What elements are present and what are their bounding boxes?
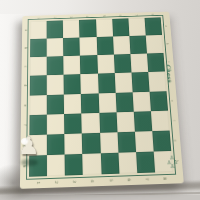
coord-label: 6 [124, 172, 132, 187]
board-square-r4c2 [64, 94, 82, 114]
board-square-r6c4 [100, 132, 118, 153]
board-square-r4c4 [98, 92, 116, 112]
board-square-r0c4 [96, 19, 113, 37]
coord-label: 5 [106, 172, 114, 187]
board-square-r6c2 [65, 133, 83, 154]
board-square-r1c2 [63, 38, 80, 57]
board-square-r3c4 [98, 73, 116, 93]
coord-label: 8 [160, 170, 169, 185]
board-square-r4c3 [81, 93, 99, 113]
board-square-r0c2 [63, 20, 80, 38]
board-square-r4c5 [115, 92, 133, 112]
playfield [29, 17, 173, 176]
board-square-r4c0 [30, 95, 47, 115]
board-square-r4c6 [132, 91, 150, 111]
pawn-ground-shadow [21, 159, 38, 166]
board-square-r1c1 [47, 38, 64, 57]
board-square-r0c6 [128, 18, 145, 36]
board-square-r3c6 [131, 72, 149, 92]
board-square-r3c2 [64, 74, 81, 94]
board-square-r2c0 [30, 57, 47, 76]
board-square-r2c3 [80, 55, 97, 74]
board-square-r0c1 [47, 20, 64, 38]
board-square-r1c3 [80, 37, 97, 56]
board-square-r3c0 [30, 76, 47, 96]
board-square-r2c2 [64, 56, 81, 75]
crossed-pawns-emblem-icon: ♙♙♙♙ [166, 156, 179, 169]
board-square-r1c6 [129, 36, 147, 55]
board-square-r7c4 [100, 153, 119, 175]
board-square-r5c2 [64, 113, 82, 134]
board-square-r6c6 [135, 131, 154, 152]
board-square-r6c7 [152, 130, 171, 151]
board-square-r2c6 [130, 54, 148, 73]
white-pawn-piece: ♟ [18, 134, 40, 158]
board-square-r0c3 [79, 19, 96, 37]
board-square-r7c3 [83, 153, 102, 175]
board-square-r4c1 [47, 94, 64, 114]
coord-label: 7 [142, 171, 151, 186]
board-square-r0c7 [144, 17, 162, 35]
board-square-r5c3 [82, 113, 100, 134]
emblem-pawn-glyph: ♙ [166, 160, 171, 165]
board-square-r3c3 [81, 74, 99, 94]
board-square-r7c6 [136, 151, 155, 173]
coord-label: 2 [52, 174, 60, 189]
board-square-r3c7 [148, 72, 166, 92]
coord-label: 4 [88, 173, 96, 188]
board-square-r7c2 [65, 154, 83, 176]
board-square-r5c1 [47, 114, 65, 135]
board-square-r1c0 [30, 39, 47, 58]
board-square-r1c5 [113, 36, 131, 55]
board-square-r2c7 [147, 53, 165, 72]
pawn-highlight [21, 138, 29, 145]
board-square-r3c5 [114, 73, 132, 93]
brand-text: Chess [166, 64, 174, 83]
board-square-r6c3 [82, 133, 100, 154]
board-square-r4c7 [149, 91, 168, 111]
coord-label: 3 [70, 173, 78, 188]
board-square-r5c5 [116, 111, 134, 132]
board-square-r2c1 [47, 56, 64, 75]
board-square-r5c7 [151, 110, 170, 131]
board-square-r7c1 [47, 154, 65, 176]
board-square-r1c7 [146, 35, 164, 54]
board-square-r0c0 [30, 21, 47, 39]
board-square-r1c4 [96, 37, 113, 56]
coord-label: 1 [34, 175, 42, 190]
board-square-r0c5 [112, 18, 129, 36]
board-square-r5c4 [99, 112, 117, 133]
board-square-r3c1 [47, 75, 64, 95]
board-square-r7c5 [118, 152, 137, 174]
board-square-r6c5 [117, 131, 136, 152]
board-square-r2c4 [97, 55, 115, 74]
board-square-r2c5 [114, 54, 132, 73]
board-square-r6c1 [47, 134, 65, 155]
chessboard: 12345678 12345678 abcdefgh abcdefgh Ches… [20, 12, 184, 189]
board-square-r5c6 [133, 111, 152, 132]
